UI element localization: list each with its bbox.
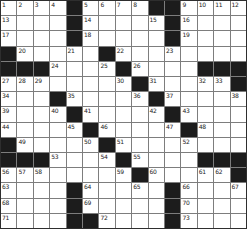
clue-number: 24 bbox=[51, 62, 58, 69]
black-cell-r10c7 bbox=[99, 138, 114, 152]
clue-number: 73 bbox=[182, 214, 189, 221]
cell-r12c8[interactable]: 59 bbox=[116, 168, 131, 182]
cell-r2c15[interactable] bbox=[231, 16, 246, 30]
cell-r9c11[interactable]: 47 bbox=[165, 123, 180, 137]
cell-r10c15[interactable] bbox=[231, 138, 246, 152]
black-cell-r11c8 bbox=[116, 153, 131, 167]
cell-r13c12[interactable]: 66 bbox=[181, 183, 196, 197]
cell-r2c12[interactable]: 16 bbox=[181, 16, 196, 30]
cell-r1c7[interactable]: 6 bbox=[99, 1, 114, 15]
cell-r11c11[interactable] bbox=[165, 153, 180, 167]
clue-number: 60 bbox=[150, 168, 157, 175]
cell-r15c1[interactable]: 71 bbox=[1, 214, 16, 228]
cell-r6c5[interactable] bbox=[67, 77, 82, 91]
clue-number: 59 bbox=[117, 168, 124, 175]
cell-r2c14[interactable] bbox=[214, 16, 229, 30]
clue-number: 23 bbox=[166, 47, 173, 54]
cell-r4c6[interactable] bbox=[83, 47, 98, 61]
cell-r6c10[interactable]: 31 bbox=[149, 77, 164, 91]
clue-number: 10 bbox=[199, 1, 206, 8]
cell-r2c2[interactable] bbox=[17, 16, 32, 30]
clue-number: 65 bbox=[133, 183, 140, 190]
cell-r10c10[interactable] bbox=[149, 138, 164, 152]
cell-r12c5[interactable] bbox=[67, 168, 82, 182]
cell-r3c13[interactable] bbox=[198, 31, 213, 45]
cell-r15c9[interactable] bbox=[132, 214, 147, 228]
clue-number: 14 bbox=[84, 16, 91, 23]
black-cell-r11c13 bbox=[198, 153, 213, 167]
black-cell-r14c5 bbox=[67, 199, 82, 213]
black-cell-r13c11 bbox=[165, 183, 180, 197]
cell-r8c7[interactable] bbox=[99, 107, 114, 121]
cell-r8c15[interactable] bbox=[231, 107, 246, 121]
cell-r7c8[interactable] bbox=[116, 92, 131, 106]
cell-r10c6[interactable]: 50 bbox=[83, 138, 98, 152]
cell-r8c12[interactable]: 43 bbox=[181, 107, 196, 121]
black-cell-r7c4 bbox=[50, 92, 65, 106]
cell-r6c3[interactable]: 29 bbox=[34, 77, 49, 91]
cell-r9c5[interactable]: 45 bbox=[67, 123, 82, 137]
cell-r8c6[interactable]: 41 bbox=[83, 107, 98, 121]
black-cell-r5c14 bbox=[214, 62, 229, 76]
clue-number: 53 bbox=[51, 153, 58, 160]
clue-number: 51 bbox=[117, 138, 124, 145]
cell-r15c4[interactable] bbox=[50, 214, 65, 228]
black-cell-r5c1 bbox=[1, 62, 16, 76]
cell-r6c11[interactable] bbox=[165, 77, 180, 91]
cell-r14c9[interactable] bbox=[132, 199, 147, 213]
cell-r12c4[interactable] bbox=[50, 168, 65, 182]
clue-number: 45 bbox=[68, 123, 75, 130]
cell-r5c12[interactable] bbox=[181, 62, 196, 76]
cell-r13c7[interactable] bbox=[99, 183, 114, 197]
cell-r10c14[interactable] bbox=[214, 138, 229, 152]
black-cell-r13c5 bbox=[67, 183, 82, 197]
black-cell-r8c11 bbox=[165, 107, 180, 121]
clue-number: 9 bbox=[182, 1, 186, 8]
cell-r10c11[interactable] bbox=[165, 138, 180, 152]
cell-r11c12[interactable] bbox=[181, 153, 196, 167]
cell-r10c8[interactable]: 51 bbox=[116, 138, 131, 152]
clue-number: 62 bbox=[215, 168, 222, 175]
cell-r7c12[interactable] bbox=[181, 92, 196, 106]
cell-r15c2[interactable] bbox=[17, 214, 32, 228]
cell-r4c3[interactable] bbox=[34, 47, 49, 61]
black-cell-r3c5 bbox=[67, 31, 82, 45]
cell-r14c10[interactable] bbox=[149, 199, 164, 213]
cell-r5c11[interactable] bbox=[165, 62, 180, 76]
clue-number: 19 bbox=[182, 31, 189, 38]
cell-r15c10[interactable] bbox=[149, 214, 164, 228]
cell-r13c4[interactable] bbox=[50, 183, 65, 197]
clue-number: 22 bbox=[117, 47, 124, 54]
cell-r3c1[interactable]: 17 bbox=[1, 31, 16, 45]
black-cell-r5c2 bbox=[17, 62, 32, 76]
cell-r2c4[interactable] bbox=[50, 16, 65, 30]
cell-r13c13[interactable] bbox=[198, 183, 213, 197]
cell-r2c9[interactable] bbox=[132, 16, 147, 30]
cell-r1c2[interactable]: 2 bbox=[17, 1, 32, 15]
cell-r14c6[interactable]: 69 bbox=[83, 199, 98, 213]
black-cell-r5c13 bbox=[198, 62, 213, 76]
clue-number: 1 bbox=[2, 1, 6, 8]
clue-number: 68 bbox=[2, 199, 9, 206]
cell-r4c14[interactable] bbox=[214, 47, 229, 61]
clue-number: 40 bbox=[51, 107, 58, 114]
clue-number: 2 bbox=[18, 1, 22, 8]
cell-r3c8[interactable] bbox=[116, 31, 131, 45]
cell-r11c5[interactable] bbox=[67, 153, 82, 167]
cell-r10c5[interactable] bbox=[67, 138, 82, 152]
black-cell-r11c1 bbox=[1, 153, 16, 167]
cell-r3c4[interactable] bbox=[50, 31, 65, 45]
clue-number: 28 bbox=[18, 77, 25, 84]
cell-r12c3[interactable]: 58 bbox=[34, 168, 49, 182]
cell-r4c15[interactable] bbox=[231, 47, 246, 61]
cell-r15c14[interactable] bbox=[214, 214, 229, 228]
cell-r6c7[interactable] bbox=[99, 77, 114, 91]
cell-r10c3[interactable] bbox=[34, 138, 49, 152]
cell-r9c4[interactable] bbox=[50, 123, 65, 137]
black-cell-r1c5 bbox=[67, 1, 82, 15]
cell-r14c4[interactable] bbox=[50, 199, 65, 213]
black-cell-r15c6 bbox=[83, 214, 98, 228]
black-cell-r7c10 bbox=[149, 92, 164, 106]
cell-r6c14[interactable]: 33 bbox=[214, 77, 229, 91]
cell-r12c10[interactable]: 60 bbox=[149, 168, 164, 182]
cell-r3c14[interactable] bbox=[214, 31, 229, 45]
clue-number: 27 bbox=[2, 77, 9, 84]
cell-r9c9[interactable] bbox=[132, 123, 147, 137]
cell-r1c4[interactable]: 4 bbox=[50, 1, 65, 15]
cell-r14c14[interactable] bbox=[214, 199, 229, 213]
cell-r9c10[interactable] bbox=[149, 123, 164, 137]
clue-number: 6 bbox=[100, 1, 104, 8]
clue-number: 64 bbox=[84, 183, 91, 190]
clue-number: 37 bbox=[166, 92, 173, 99]
cell-r7c14[interactable] bbox=[214, 92, 229, 106]
black-cell-r12c9 bbox=[132, 168, 147, 182]
cell-r10c12[interactable]: 52 bbox=[181, 138, 196, 152]
black-cell-r5c8 bbox=[116, 62, 131, 76]
crossword-board: 1234567891011121314151617181920212223242… bbox=[0, 0, 247, 229]
black-cell-r1c11 bbox=[165, 1, 180, 15]
clue-number: 42 bbox=[150, 107, 157, 114]
cell-r9c8[interactable] bbox=[116, 123, 131, 137]
clue-number: 46 bbox=[100, 123, 107, 130]
clue-number: 72 bbox=[100, 214, 107, 221]
cell-r11c7[interactable]: 54 bbox=[99, 153, 114, 167]
cell-r12c1[interactable]: 56 bbox=[1, 168, 16, 182]
black-cell-r14c11 bbox=[165, 199, 180, 213]
cell-r3c10[interactable] bbox=[149, 31, 164, 45]
cell-r15c12[interactable]: 73 bbox=[181, 214, 196, 228]
clue-number: 4 bbox=[51, 1, 55, 8]
black-cell-r3c11 bbox=[165, 31, 180, 45]
cell-r7c15[interactable]: 38 bbox=[231, 92, 246, 106]
cell-r6c4[interactable] bbox=[50, 77, 65, 91]
cell-r14c12[interactable]: 70 bbox=[181, 199, 196, 213]
cell-r3c9[interactable] bbox=[132, 31, 147, 45]
clue-number: 35 bbox=[68, 92, 75, 99]
cell-r9c2[interactable] bbox=[17, 123, 32, 137]
clue-number: 70 bbox=[182, 199, 189, 206]
cell-r1c13[interactable]: 10 bbox=[198, 1, 213, 15]
cell-r5c10[interactable] bbox=[149, 62, 164, 76]
clue-number: 8 bbox=[133, 1, 137, 8]
cell-r7c9[interactable]: 36 bbox=[132, 92, 147, 106]
clue-number: 52 bbox=[182, 138, 189, 145]
black-cell-r6c15 bbox=[231, 77, 246, 91]
cell-r10c2[interactable]: 49 bbox=[17, 138, 32, 152]
cell-r1c1[interactable]: 1 bbox=[1, 1, 16, 15]
cell-r11c10[interactable] bbox=[149, 153, 164, 167]
cell-r7c1[interactable]: 34 bbox=[1, 92, 16, 106]
cell-r8c2[interactable] bbox=[17, 107, 32, 121]
black-cell-r4c1 bbox=[1, 47, 16, 61]
cell-r4c13[interactable] bbox=[198, 47, 213, 61]
clue-number: 31 bbox=[150, 77, 157, 84]
cell-r4c10[interactable] bbox=[149, 47, 164, 61]
cell-r4c4[interactable] bbox=[50, 47, 65, 61]
cell-r3c7[interactable] bbox=[99, 31, 114, 45]
cell-r14c15[interactable] bbox=[231, 199, 246, 213]
cell-r2c6[interactable]: 14 bbox=[83, 16, 98, 30]
cell-r14c7[interactable] bbox=[99, 199, 114, 213]
cell-r3c12[interactable]: 19 bbox=[181, 31, 196, 45]
black-cell-r10c1 bbox=[1, 138, 16, 152]
cell-r10c4[interactable] bbox=[50, 138, 65, 152]
cell-r1c8[interactable]: 7 bbox=[116, 1, 131, 15]
cell-r14c8[interactable] bbox=[116, 199, 131, 213]
clue-number: 41 bbox=[84, 107, 91, 114]
cell-r15c15[interactable] bbox=[231, 214, 246, 228]
cell-r11c9[interactable]: 55 bbox=[132, 153, 147, 167]
clue-number: 69 bbox=[84, 199, 91, 206]
cell-r3c6[interactable]: 18 bbox=[83, 31, 98, 45]
black-cell-r11c3 bbox=[34, 153, 49, 167]
cell-r4c2[interactable]: 20 bbox=[17, 47, 32, 61]
cell-r11c6[interactable] bbox=[83, 153, 98, 167]
cell-r15c8[interactable] bbox=[116, 214, 131, 228]
cell-r6c12[interactable] bbox=[181, 77, 196, 91]
cell-r3c15[interactable] bbox=[231, 31, 246, 45]
cell-r6c1[interactable]: 27 bbox=[1, 77, 16, 91]
black-cell-r15c11 bbox=[165, 214, 180, 228]
cell-r1c12[interactable]: 9 bbox=[181, 1, 196, 15]
clue-number: 16 bbox=[182, 16, 189, 23]
cell-r15c3[interactable] bbox=[34, 214, 49, 228]
cell-r1c9[interactable]: 8 bbox=[132, 1, 147, 15]
clue-number: 38 bbox=[232, 92, 239, 99]
cell-r4c5[interactable]: 21 bbox=[67, 47, 82, 61]
cell-r13c9[interactable]: 65 bbox=[132, 183, 147, 197]
clue-number: 58 bbox=[35, 168, 42, 175]
clue-number: 21 bbox=[68, 47, 75, 54]
cell-r12c2[interactable]: 57 bbox=[17, 168, 32, 182]
cell-r12c12[interactable] bbox=[181, 168, 196, 182]
cell-r2c3[interactable] bbox=[34, 16, 49, 30]
cell-r9c7[interactable]: 46 bbox=[99, 123, 114, 137]
black-cell-r15c5 bbox=[67, 214, 82, 228]
clue-number: 48 bbox=[199, 123, 206, 130]
black-cell-r9c6 bbox=[83, 123, 98, 137]
clue-number: 7 bbox=[117, 1, 121, 8]
cell-r10c13[interactable] bbox=[198, 138, 213, 152]
black-cell-r9c12 bbox=[181, 123, 196, 137]
clue-number: 3 bbox=[35, 1, 39, 8]
cell-r12c13[interactable]: 61 bbox=[198, 168, 213, 182]
black-cell-r5c15 bbox=[231, 62, 246, 76]
clue-number: 55 bbox=[133, 153, 140, 160]
clue-number: 57 bbox=[18, 168, 25, 175]
cell-r2c8[interactable] bbox=[116, 16, 131, 30]
cell-r2c1[interactable]: 13 bbox=[1, 16, 16, 30]
black-cell-r2c11 bbox=[165, 16, 180, 30]
cell-r9c3[interactable] bbox=[34, 123, 49, 137]
cell-r8c1[interactable]: 39 bbox=[1, 107, 16, 121]
cell-r6c8[interactable]: 30 bbox=[116, 77, 131, 91]
cell-r3c2[interactable] bbox=[17, 31, 32, 45]
black-cell-r6c9 bbox=[132, 77, 147, 91]
black-cell-r4c7 bbox=[99, 47, 114, 61]
black-cell-r12c15 bbox=[231, 168, 246, 182]
cell-r13c6[interactable]: 64 bbox=[83, 183, 98, 197]
cell-r8c3[interactable] bbox=[34, 107, 49, 121]
clue-number: 43 bbox=[182, 107, 189, 114]
cell-r8c13[interactable] bbox=[198, 107, 213, 121]
cell-r13c14[interactable] bbox=[214, 183, 229, 197]
cell-r7c3[interactable] bbox=[34, 92, 49, 106]
clue-number: 49 bbox=[18, 138, 25, 145]
cell-r2c10[interactable]: 15 bbox=[149, 16, 164, 30]
cell-r7c7[interactable] bbox=[99, 92, 114, 106]
cell-r13c1[interactable]: 63 bbox=[1, 183, 16, 197]
clue-number: 13 bbox=[2, 16, 9, 23]
clue-number: 25 bbox=[100, 62, 107, 69]
cell-r9c15[interactable] bbox=[231, 123, 246, 137]
cell-r10c9[interactable] bbox=[132, 138, 147, 152]
clue-number: 50 bbox=[84, 138, 91, 145]
cell-r9c13[interactable]: 48 bbox=[198, 123, 213, 137]
cell-r1c14[interactable]: 11 bbox=[214, 1, 229, 15]
clue-number: 5 bbox=[84, 1, 88, 8]
cell-r13c2[interactable] bbox=[17, 183, 32, 197]
cell-r5c6[interactable] bbox=[83, 62, 98, 76]
clue-number: 30 bbox=[117, 77, 124, 84]
black-cell-r1c10 bbox=[149, 1, 164, 15]
clue-number: 44 bbox=[2, 123, 9, 130]
cell-r9c1[interactable]: 44 bbox=[1, 123, 16, 137]
cell-r12c6[interactable] bbox=[83, 168, 98, 182]
cell-r6c2[interactable]: 28 bbox=[17, 77, 32, 91]
cell-r14c2[interactable] bbox=[17, 199, 32, 213]
clue-number: 33 bbox=[215, 77, 222, 84]
clue-number: 71 bbox=[2, 214, 9, 221]
cell-r14c1[interactable]: 68 bbox=[1, 199, 16, 213]
cell-r5c4[interactable]: 24 bbox=[50, 62, 65, 76]
cell-r2c13[interactable] bbox=[198, 16, 213, 30]
cell-r13c8[interactable] bbox=[116, 183, 131, 197]
cell-r1c6[interactable]: 5 bbox=[83, 1, 98, 15]
cell-r7c2[interactable] bbox=[17, 92, 32, 106]
clue-number: 29 bbox=[35, 77, 42, 84]
black-cell-r8c5 bbox=[67, 107, 82, 121]
clue-number: 39 bbox=[2, 107, 9, 114]
cell-r8c4[interactable]: 40 bbox=[50, 107, 65, 121]
cell-r6c13[interactable]: 32 bbox=[198, 77, 213, 91]
cell-r3c3[interactable] bbox=[34, 31, 49, 45]
clue-number: 32 bbox=[199, 77, 206, 84]
clue-number: 47 bbox=[166, 123, 173, 130]
clue-number: 34 bbox=[2, 92, 9, 99]
cell-r12c14[interactable]: 62 bbox=[214, 168, 229, 182]
cell-r14c13[interactable] bbox=[198, 199, 213, 213]
clue-number: 63 bbox=[2, 183, 9, 190]
cell-r12c11[interactable] bbox=[165, 168, 180, 182]
clue-number: 67 bbox=[232, 183, 239, 190]
clue-number: 61 bbox=[199, 168, 206, 175]
cell-r5c5[interactable] bbox=[67, 62, 82, 76]
cell-r4c9[interactable] bbox=[132, 47, 147, 61]
cell-r13c10[interactable] bbox=[149, 183, 164, 197]
cell-r12c7[interactable] bbox=[99, 168, 114, 182]
cell-r5c7[interactable]: 25 bbox=[99, 62, 114, 76]
cell-r8c14[interactable] bbox=[214, 107, 229, 121]
cell-r4c8[interactable]: 22 bbox=[116, 47, 131, 61]
cell-r7c5[interactable]: 35 bbox=[67, 92, 82, 106]
clue-number: 15 bbox=[150, 16, 157, 23]
clue-number: 12 bbox=[232, 1, 239, 8]
black-cell-r11c2 bbox=[17, 153, 32, 167]
cell-r2c7[interactable] bbox=[99, 16, 114, 30]
cell-r14c3[interactable] bbox=[34, 199, 49, 213]
cell-r4c12[interactable] bbox=[181, 47, 196, 61]
clue-number: 56 bbox=[2, 168, 9, 175]
clue-number: 66 bbox=[182, 183, 189, 190]
cell-r11c4[interactable]: 53 bbox=[50, 153, 65, 167]
cell-r1c15[interactable]: 12 bbox=[231, 1, 246, 15]
cell-r6c6[interactable] bbox=[83, 77, 98, 91]
cell-r7c11[interactable]: 37 bbox=[165, 92, 180, 106]
cell-r8c9[interactable] bbox=[132, 107, 147, 121]
cell-r4c11[interactable]: 23 bbox=[165, 47, 180, 61]
clue-number: 17 bbox=[2, 31, 9, 38]
clue-number: 54 bbox=[100, 153, 107, 160]
cell-r15c13[interactable] bbox=[198, 214, 213, 228]
cell-r13c15[interactable]: 67 bbox=[231, 183, 246, 197]
black-cell-r11c14 bbox=[214, 153, 229, 167]
cell-r1c3[interactable]: 3 bbox=[34, 1, 49, 15]
cell-r8c10[interactable]: 42 bbox=[149, 107, 164, 121]
cell-r7c6[interactable] bbox=[83, 92, 98, 106]
cell-r13c3[interactable] bbox=[34, 183, 49, 197]
clue-number: 26 bbox=[133, 62, 140, 69]
clue-number: 36 bbox=[133, 92, 140, 99]
clue-number: 11 bbox=[215, 1, 222, 8]
clue-number: 18 bbox=[84, 31, 91, 38]
cell-r8c8[interactable] bbox=[116, 107, 131, 121]
black-cell-r5c3 bbox=[34, 62, 49, 76]
cell-r7c13[interactable] bbox=[198, 92, 213, 106]
cell-r15c7[interactable]: 72 bbox=[99, 214, 114, 228]
cell-r9c14[interactable] bbox=[214, 123, 229, 137]
black-cell-r2c5 bbox=[67, 16, 82, 30]
cell-r5c9[interactable]: 26 bbox=[132, 62, 147, 76]
black-cell-r11c15 bbox=[231, 153, 246, 167]
clue-number: 20 bbox=[18, 47, 25, 54]
